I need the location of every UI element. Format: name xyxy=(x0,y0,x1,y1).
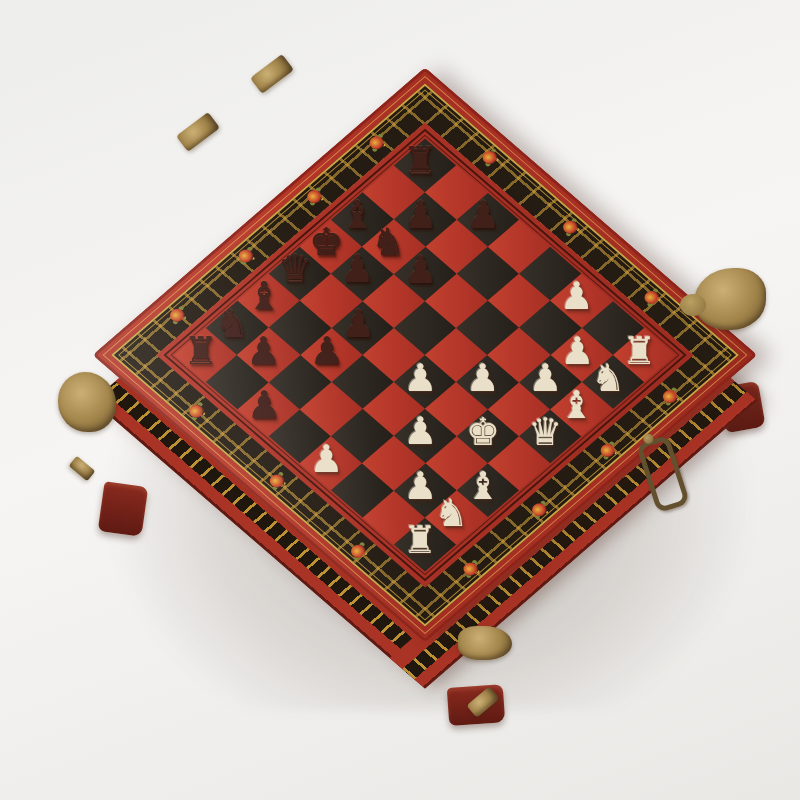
painted-flower xyxy=(479,148,500,166)
brass-keyhole-small xyxy=(69,456,96,481)
piece-black-pawn[interactable]: ♟ xyxy=(461,193,505,237)
painted-flower xyxy=(641,288,662,306)
box-foot-left xyxy=(98,481,149,537)
painted-flower xyxy=(560,218,581,236)
painted-flower xyxy=(186,402,207,420)
painted-flower xyxy=(348,542,369,560)
piece-white-rook[interactable]: ♜ xyxy=(617,329,661,373)
brass-corner-ornament-right xyxy=(694,268,766,330)
piece-white-pawn[interactable]: ♟ xyxy=(554,274,598,318)
piece-black-rook[interactable]: ♜ xyxy=(398,139,442,183)
brass-latch xyxy=(458,626,512,660)
painted-flower xyxy=(598,441,619,459)
painted-flower xyxy=(167,306,188,324)
painted-flower xyxy=(461,560,482,578)
photo-scene: ♜♞♝♛♚♝♜♟♟♞♟♟♟♟♟♟♟♟♟♟♟♟♚♟♟♜♞♝♛♝♞♜ xyxy=(0,0,800,800)
brass-corner-ornament-left xyxy=(58,372,116,432)
brass-hinge xyxy=(176,112,220,152)
painted-flower xyxy=(267,472,288,490)
painted-flower xyxy=(660,387,681,405)
painted-flower xyxy=(366,134,387,152)
painted-flower xyxy=(304,187,325,205)
painted-flower xyxy=(529,500,550,518)
painted-flower xyxy=(236,247,257,265)
brass-hinge xyxy=(250,54,294,94)
